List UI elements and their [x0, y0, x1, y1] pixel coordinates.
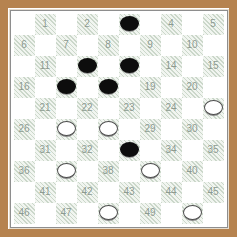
- square-19[interactable]: 19: [140, 77, 161, 98]
- white-man[interactable]: [141, 163, 160, 178]
- light-square: [119, 77, 140, 98]
- light-square: [119, 161, 140, 182]
- square-4[interactable]: 4: [161, 14, 182, 35]
- square-number: 23: [123, 103, 134, 113]
- light-square: [77, 203, 98, 224]
- square-6[interactable]: 6: [14, 35, 35, 56]
- square-number: 2: [84, 19, 90, 29]
- light-square: [161, 161, 182, 182]
- white-man[interactable]: [99, 205, 118, 220]
- square-23[interactable]: 23: [119, 98, 140, 119]
- square-3[interactable]: 3: [119, 14, 140, 35]
- black-man[interactable]: [57, 79, 76, 94]
- square-14[interactable]: 14: [161, 56, 182, 77]
- light-square: [203, 161, 224, 182]
- light-square: [98, 98, 119, 119]
- black-man[interactable]: [120, 58, 139, 73]
- square-13[interactable]: 13: [119, 56, 140, 77]
- light-square: [56, 182, 77, 203]
- light-square: [140, 98, 161, 119]
- square-37[interactable]: 37: [56, 161, 77, 182]
- square-number: 36: [18, 166, 29, 176]
- square-20[interactable]: 20: [182, 77, 203, 98]
- light-square: [14, 140, 35, 161]
- light-square: [203, 35, 224, 56]
- square-17[interactable]: 17: [56, 77, 77, 98]
- light-square: [182, 182, 203, 203]
- square-number: 15: [207, 61, 218, 71]
- square-33[interactable]: 33: [119, 140, 140, 161]
- square-number: 49: [144, 208, 155, 218]
- square-41[interactable]: 41: [35, 182, 56, 203]
- square-8[interactable]: 8: [98, 35, 119, 56]
- square-number: 30: [186, 124, 197, 134]
- square-26[interactable]: 26: [14, 119, 35, 140]
- square-number: 8: [105, 40, 111, 50]
- light-square: [56, 14, 77, 35]
- light-square: [35, 35, 56, 56]
- square-number: 5: [210, 19, 216, 29]
- square-number: 43: [123, 187, 134, 197]
- square-46[interactable]: 46: [14, 203, 35, 224]
- square-number: 21: [39, 103, 50, 113]
- square-number: 10: [186, 40, 197, 50]
- white-man[interactable]: [99, 121, 118, 136]
- light-square: [14, 98, 35, 119]
- square-21[interactable]: 21: [35, 98, 56, 119]
- square-number: 34: [165, 145, 176, 155]
- light-square: [14, 182, 35, 203]
- square-number: 26: [18, 124, 29, 134]
- light-square: [77, 77, 98, 98]
- square-50[interactable]: 50: [182, 203, 203, 224]
- square-7[interactable]: 7: [56, 35, 77, 56]
- light-square: [56, 140, 77, 161]
- light-square: [140, 182, 161, 203]
- square-5[interactable]: 5: [203, 14, 224, 35]
- square-48[interactable]: 48: [98, 203, 119, 224]
- square-34[interactable]: 34: [161, 140, 182, 161]
- square-number: 19: [144, 82, 155, 92]
- square-32[interactable]: 32: [77, 140, 98, 161]
- light-square: [203, 119, 224, 140]
- square-number: 41: [39, 187, 50, 197]
- light-square: [161, 35, 182, 56]
- white-man[interactable]: [183, 205, 202, 220]
- light-square: [14, 56, 35, 77]
- light-square: [35, 77, 56, 98]
- square-28[interactable]: 28: [98, 119, 119, 140]
- light-square: [56, 98, 77, 119]
- board-window: 1234567891011121314151617181920212223242…: [0, 0, 237, 237]
- square-number: 6: [21, 40, 27, 50]
- square-25[interactable]: 25: [203, 98, 224, 119]
- square-number: 38: [102, 166, 113, 176]
- square-9[interactable]: 9: [140, 35, 161, 56]
- square-40[interactable]: 40: [182, 161, 203, 182]
- square-number: 47: [60, 208, 71, 218]
- light-square: [98, 56, 119, 77]
- square-number: 40: [186, 166, 197, 176]
- light-square: [203, 203, 224, 224]
- square-44[interactable]: 44: [161, 182, 182, 203]
- square-42[interactable]: 42: [77, 182, 98, 203]
- light-square: [182, 140, 203, 161]
- square-number: 24: [165, 103, 176, 113]
- square-1[interactable]: 1: [35, 14, 56, 35]
- square-43[interactable]: 43: [119, 182, 140, 203]
- square-47[interactable]: 47: [56, 203, 77, 224]
- draughts-board: 1234567891011121314151617181920212223242…: [14, 14, 224, 224]
- square-number: 32: [81, 145, 92, 155]
- light-square: [119, 203, 140, 224]
- white-man[interactable]: [204, 100, 223, 115]
- square-22[interactable]: 22: [77, 98, 98, 119]
- light-square: [77, 161, 98, 182]
- square-45[interactable]: 45: [203, 182, 224, 203]
- light-square: [56, 56, 77, 77]
- square-2[interactable]: 2: [77, 14, 98, 35]
- light-square: [119, 35, 140, 56]
- light-square: [161, 77, 182, 98]
- light-square: [14, 14, 35, 35]
- square-number: 16: [18, 82, 29, 92]
- square-11[interactable]: 11: [35, 56, 56, 77]
- square-10[interactable]: 10: [182, 35, 203, 56]
- light-square: [98, 182, 119, 203]
- square-36[interactable]: 36: [14, 161, 35, 182]
- square-30[interactable]: 30: [182, 119, 203, 140]
- square-number: 29: [144, 124, 155, 134]
- square-number: 45: [207, 187, 218, 197]
- square-39[interactable]: 39: [140, 161, 161, 182]
- square-number: 46: [18, 208, 29, 218]
- square-49[interactable]: 49: [140, 203, 161, 224]
- light-square: [35, 161, 56, 182]
- square-number: 7: [63, 40, 69, 50]
- black-man[interactable]: [120, 16, 139, 31]
- square-27[interactable]: 27: [56, 119, 77, 140]
- light-square: [161, 119, 182, 140]
- square-18[interactable]: 18: [98, 77, 119, 98]
- square-number: 42: [81, 187, 92, 197]
- light-square: [203, 77, 224, 98]
- light-square: [140, 140, 161, 161]
- light-square: [182, 14, 203, 35]
- square-number: 31: [39, 145, 50, 155]
- black-man[interactable]: [120, 142, 139, 157]
- light-square: [140, 56, 161, 77]
- black-man[interactable]: [78, 58, 97, 73]
- square-number: 9: [147, 40, 153, 50]
- square-16[interactable]: 16: [14, 77, 35, 98]
- light-square: [119, 119, 140, 140]
- light-square: [77, 119, 98, 140]
- square-number: 20: [186, 82, 197, 92]
- square-number: 11: [40, 61, 50, 71]
- light-square: [182, 98, 203, 119]
- light-square: [140, 14, 161, 35]
- square-31[interactable]: 31: [35, 140, 56, 161]
- light-square: [161, 203, 182, 224]
- square-35[interactable]: 35: [203, 140, 224, 161]
- square-number: 35: [207, 145, 218, 155]
- square-24[interactable]: 24: [161, 98, 182, 119]
- square-number: 44: [165, 187, 176, 197]
- black-man[interactable]: [99, 79, 118, 94]
- light-square: [98, 140, 119, 161]
- square-number: 14: [165, 61, 176, 71]
- square-number: 22: [81, 103, 92, 113]
- square-38[interactable]: 38: [98, 161, 119, 182]
- light-square: [35, 203, 56, 224]
- square-number: 4: [168, 19, 174, 29]
- square-number: 1: [42, 19, 48, 29]
- square-29[interactable]: 29: [140, 119, 161, 140]
- white-man[interactable]: [57, 163, 76, 178]
- light-square: [77, 35, 98, 56]
- light-square: [35, 119, 56, 140]
- light-square: [182, 56, 203, 77]
- square-12[interactable]: 12: [77, 56, 98, 77]
- square-15[interactable]: 15: [203, 56, 224, 77]
- board-frame: 1234567891011121314151617181920212223242…: [10, 10, 228, 228]
- light-square: [98, 14, 119, 35]
- white-man[interactable]: [57, 121, 76, 136]
